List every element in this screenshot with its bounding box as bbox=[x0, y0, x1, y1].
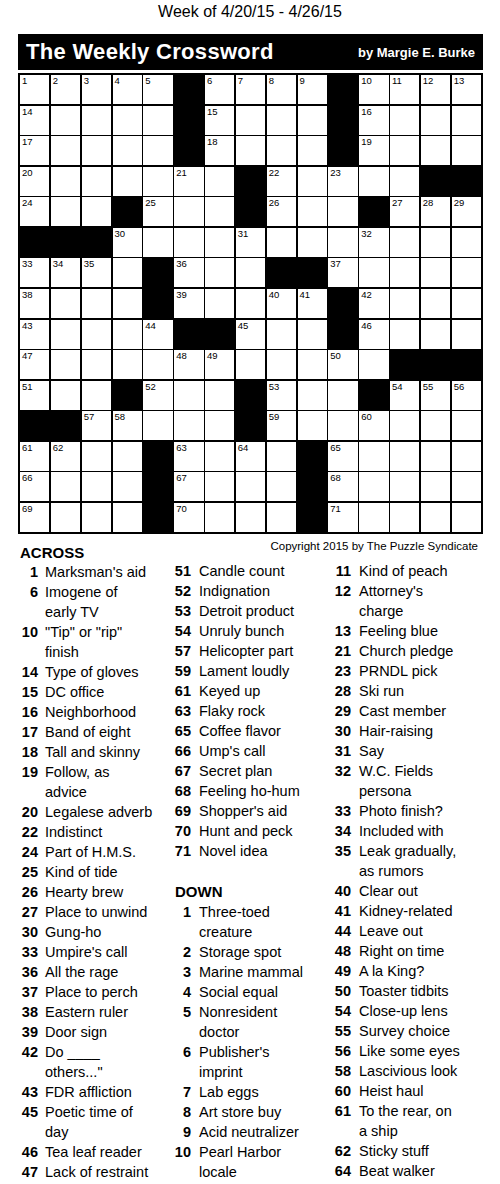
clue-down-7: 7Lab eggs bbox=[165, 1082, 327, 1102]
grid-cell[interactable]: 30 bbox=[113, 228, 142, 257]
grid-cell[interactable] bbox=[421, 442, 450, 471]
clue-across-52: 52Indignation bbox=[165, 581, 327, 601]
grid-cell[interactable] bbox=[51, 472, 80, 501]
grid-cell[interactable] bbox=[267, 350, 296, 379]
grid-cell[interactable] bbox=[390, 472, 419, 501]
clue-across-61: 61Keyed up bbox=[165, 681, 327, 701]
grid-cell[interactable] bbox=[390, 136, 419, 165]
grid-cell[interactable]: 40 bbox=[267, 289, 296, 318]
grid-cell[interactable] bbox=[205, 411, 234, 440]
grid-cell[interactable] bbox=[359, 258, 388, 287]
grid-cell[interactable] bbox=[359, 442, 388, 471]
grid-cell[interactable] bbox=[143, 350, 172, 379]
grid-cell[interactable] bbox=[82, 472, 111, 501]
clue-number: 55 bbox=[325, 1021, 351, 1041]
grid-cell[interactable] bbox=[236, 258, 265, 287]
clue-text: Ump's call bbox=[191, 741, 324, 761]
cell-number: 40 bbox=[269, 289, 280, 300]
grid-cell[interactable] bbox=[390, 106, 419, 135]
grid-cell[interactable] bbox=[267, 228, 296, 257]
grid-cell[interactable] bbox=[298, 228, 327, 257]
grid-cell[interactable]: 19 bbox=[359, 136, 388, 165]
clue-text: To the rear, on a ship bbox=[351, 1101, 499, 1141]
clue-text: Heist haul bbox=[351, 1081, 499, 1101]
grid-cell[interactable] bbox=[113, 442, 142, 471]
grid-cell[interactable] bbox=[174, 228, 203, 257]
clues-column-1: ACROSS 1Marksman's aid6Imogene of early … bbox=[12, 543, 184, 1182]
grid-cell[interactable] bbox=[113, 320, 142, 349]
cell-number: 6 bbox=[207, 75, 212, 86]
grid-cell[interactable] bbox=[82, 167, 111, 196]
grid-cell[interactable]: 55 bbox=[421, 381, 450, 410]
cell-number: 54 bbox=[392, 381, 403, 392]
clue-across-14: 14Type of gloves bbox=[12, 662, 184, 682]
grid-cell[interactable] bbox=[205, 472, 234, 501]
grid-cell[interactable]: 26 bbox=[267, 197, 296, 226]
grid-cell[interactable] bbox=[390, 411, 419, 440]
grid-cell[interactable] bbox=[267, 442, 296, 471]
grid-cell[interactable] bbox=[421, 411, 450, 440]
grid-cell[interactable] bbox=[113, 350, 142, 379]
clue-across-36: 36All the rage bbox=[12, 962, 184, 982]
grid-cell[interactable]: 39 bbox=[174, 289, 203, 318]
clue-text: PRNDL pick bbox=[351, 661, 499, 681]
clue-number: 14 bbox=[12, 662, 38, 682]
clue-text: "Tip" or "rip" finish bbox=[38, 622, 177, 662]
grid-cell[interactable]: 52 bbox=[143, 381, 172, 410]
clue-number: 30 bbox=[12, 922, 38, 942]
clue-number: 15 bbox=[12, 682, 38, 702]
grid-cell[interactable] bbox=[113, 106, 142, 135]
grid-cell[interactable] bbox=[236, 289, 265, 318]
cell-number: 14 bbox=[22, 106, 33, 117]
clue-number: 25 bbox=[12, 862, 38, 882]
grid-cell[interactable]: 31 bbox=[236, 228, 265, 257]
grid-cell[interactable] bbox=[51, 167, 80, 196]
clue-text: Pearl Harbor locale bbox=[191, 1142, 324, 1182]
clue-across-67: 67Secret plan bbox=[165, 761, 327, 781]
grid-cell[interactable] bbox=[51, 197, 80, 226]
grid-cell[interactable] bbox=[51, 106, 80, 135]
grid-cell[interactable]: 69 bbox=[20, 503, 49, 532]
clue-number: 54 bbox=[165, 621, 191, 641]
clue-text: Gung-ho bbox=[38, 922, 177, 942]
clue-text: FDR affliction bbox=[38, 1082, 177, 1102]
grid-cell[interactable] bbox=[113, 167, 142, 196]
clue-across-10: 10"Tip" or "rip" finish bbox=[12, 622, 184, 662]
clue-text: Hearty brew bbox=[38, 882, 177, 902]
grid-cell[interactable]: 18 bbox=[205, 136, 234, 165]
grid-cell[interactable]: 34 bbox=[51, 258, 80, 287]
grid-cell[interactable] bbox=[113, 258, 142, 287]
grid-cell[interactable] bbox=[82, 136, 111, 165]
grid-cell[interactable] bbox=[390, 258, 419, 287]
grid-cell[interactable]: 16 bbox=[359, 106, 388, 135]
clue-text: All the rage bbox=[38, 962, 177, 982]
grid-cell[interactable]: 9 bbox=[298, 75, 327, 104]
grid-cell[interactable] bbox=[205, 289, 234, 318]
clue-across-22: 22Indistinct bbox=[12, 822, 184, 842]
clue-number: 36 bbox=[12, 962, 38, 982]
grid-cell[interactable] bbox=[236, 350, 265, 379]
grid-cell[interactable] bbox=[421, 472, 450, 501]
grid-cell[interactable]: 8 bbox=[267, 75, 296, 104]
grid-cell-black bbox=[51, 228, 80, 257]
grid-cell[interactable]: 23 bbox=[328, 167, 357, 196]
grid-cell[interactable]: 43 bbox=[20, 320, 49, 349]
grid-cell[interactable]: 14 bbox=[20, 106, 49, 135]
grid-cell[interactable]: 45 bbox=[236, 320, 265, 349]
grid-cell[interactable]: 66 bbox=[20, 472, 49, 501]
grid-cell-black bbox=[452, 167, 481, 196]
grid-cell[interactable]: 50 bbox=[328, 350, 357, 379]
grid-cell[interactable] bbox=[82, 350, 111, 379]
grid-cell[interactable] bbox=[267, 503, 296, 532]
grid-cell[interactable]: 15 bbox=[205, 106, 234, 135]
cell-number: 18 bbox=[207, 136, 218, 147]
grid-cell[interactable] bbox=[452, 289, 481, 318]
grid-cell[interactable]: 41 bbox=[298, 289, 327, 318]
clue-text: Band of eight bbox=[38, 722, 177, 742]
grid-cell[interactable] bbox=[452, 228, 481, 257]
clue-number: 68 bbox=[165, 781, 191, 801]
grid-cell[interactable]: 58 bbox=[113, 411, 142, 440]
grid-cell[interactable]: 20 bbox=[20, 167, 49, 196]
grid-cell[interactable] bbox=[298, 197, 327, 226]
grid-cell[interactable]: 48 bbox=[174, 350, 203, 379]
clue-down-1: 1Three-toed creature bbox=[165, 902, 327, 942]
grid-cell[interactable]: 46 bbox=[359, 320, 388, 349]
grid-cell[interactable]: 64 bbox=[236, 442, 265, 471]
grid-cell[interactable]: 33 bbox=[20, 258, 49, 287]
grid-cell[interactable] bbox=[452, 442, 481, 471]
cell-number: 20 bbox=[22, 167, 33, 178]
grid-cell[interactable] bbox=[51, 350, 80, 379]
grid-cell[interactable] bbox=[421, 136, 450, 165]
grid-cell[interactable]: 53 bbox=[267, 381, 296, 410]
clue-number: 63 bbox=[165, 701, 191, 721]
grid-cell[interactable] bbox=[205, 228, 234, 257]
grid-cell[interactable] bbox=[421, 228, 450, 257]
cell-number: 44 bbox=[145, 320, 156, 331]
grid-cell[interactable]: 25 bbox=[143, 197, 172, 226]
puzzle-byline: by Margie E. Burke bbox=[358, 45, 483, 60]
grid-cell[interactable]: 35 bbox=[82, 258, 111, 287]
grid-cell[interactable] bbox=[452, 411, 481, 440]
cell-number: 38 bbox=[22, 289, 33, 300]
grid-cell-black bbox=[174, 106, 203, 135]
clue-text: Umpire's call bbox=[38, 942, 177, 962]
grid-cell[interactable]: 11 bbox=[390, 75, 419, 104]
grid-cell[interactable] bbox=[205, 503, 234, 532]
grid-cell[interactable] bbox=[82, 289, 111, 318]
clue-number: 40 bbox=[325, 881, 351, 901]
cell-number: 12 bbox=[423, 75, 434, 86]
grid-cell-black bbox=[236, 411, 265, 440]
grid-cell[interactable]: 27 bbox=[390, 197, 419, 226]
grid-cell[interactable] bbox=[298, 167, 327, 196]
grid-cell[interactable] bbox=[298, 136, 327, 165]
grid-cell[interactable] bbox=[174, 197, 203, 226]
clue-down-32: 32W.C. Fields persona bbox=[325, 761, 500, 801]
grid-cell[interactable] bbox=[143, 106, 172, 135]
grid-cell[interactable] bbox=[359, 503, 388, 532]
clue-down-60: 60Heist haul bbox=[325, 1081, 500, 1101]
grid-cell[interactable]: 54 bbox=[390, 381, 419, 410]
grid-cell[interactable]: 21 bbox=[174, 167, 203, 196]
grid-cell[interactable] bbox=[390, 167, 419, 196]
grid-cell[interactable]: 6 bbox=[205, 75, 234, 104]
cell-number: 37 bbox=[330, 258, 341, 269]
grid-cell[interactable]: 37 bbox=[328, 258, 357, 287]
cell-number: 4 bbox=[115, 75, 120, 86]
grid-cell[interactable] bbox=[421, 289, 450, 318]
grid-cell[interactable] bbox=[359, 350, 388, 379]
grid-cell[interactable] bbox=[205, 442, 234, 471]
puzzle-title: The Weekly Crossword bbox=[18, 39, 274, 65]
clue-text: Ski run bbox=[351, 681, 499, 701]
grid-cell[interactable] bbox=[113, 472, 142, 501]
grid-cell[interactable]: 61 bbox=[20, 442, 49, 471]
cell-number: 68 bbox=[330, 472, 341, 483]
grid-cell[interactable] bbox=[51, 503, 80, 532]
grid-cell[interactable]: 57 bbox=[82, 411, 111, 440]
grid-cell[interactable]: 5 bbox=[143, 75, 172, 104]
clue-across-38: 38Eastern ruler bbox=[12, 1002, 184, 1022]
cell-number: 10 bbox=[361, 75, 372, 86]
cell-number: 21 bbox=[176, 167, 187, 178]
grid-cell[interactable] bbox=[236, 136, 265, 165]
grid-cell-black bbox=[51, 411, 80, 440]
grid-cell[interactable] bbox=[143, 411, 172, 440]
grid-cell[interactable] bbox=[421, 106, 450, 135]
grid-cell-black bbox=[113, 197, 142, 226]
grid-cell[interactable] bbox=[82, 442, 111, 471]
cell-number: 39 bbox=[176, 289, 187, 300]
grid-cell[interactable]: 70 bbox=[174, 503, 203, 532]
grid-cell[interactable]: 4 bbox=[113, 75, 142, 104]
grid-cell[interactable] bbox=[82, 197, 111, 226]
grid-cell[interactable]: 2 bbox=[51, 75, 80, 104]
grid-cell[interactable]: 49 bbox=[205, 350, 234, 379]
grid-cell[interactable]: 3 bbox=[82, 75, 111, 104]
grid-cell[interactable]: 63 bbox=[174, 442, 203, 471]
grid-cell[interactable] bbox=[328, 228, 357, 257]
grid-cell[interactable] bbox=[421, 258, 450, 287]
clue-text: Church pledge bbox=[351, 641, 499, 661]
grid-cell[interactable] bbox=[421, 503, 450, 532]
grid-cell[interactable] bbox=[390, 442, 419, 471]
cell-number: 36 bbox=[176, 258, 187, 269]
cell-number: 24 bbox=[22, 197, 33, 208]
grid-cell[interactable] bbox=[452, 258, 481, 287]
grid-cell[interactable] bbox=[390, 320, 419, 349]
grid-cell[interactable]: 22 bbox=[267, 167, 296, 196]
clue-number: 42 bbox=[12, 1042, 38, 1062]
grid-cell[interactable] bbox=[298, 106, 327, 135]
grid-cell[interactable] bbox=[51, 136, 80, 165]
clue-across-6: 6Imogene of early TV bbox=[12, 582, 184, 622]
grid-cell[interactable] bbox=[452, 106, 481, 135]
grid-cell[interactable] bbox=[113, 289, 142, 318]
grid-cell[interactable] bbox=[452, 320, 481, 349]
clue-across-45: 45Poetic time of day bbox=[12, 1102, 184, 1142]
clue-text: Poetic time of day bbox=[38, 1102, 177, 1142]
cell-number: 66 bbox=[22, 472, 33, 483]
clue-across-17: 17Band of eight bbox=[12, 722, 184, 742]
grid-cell[interactable]: 29 bbox=[452, 197, 481, 226]
grid-cell[interactable] bbox=[298, 350, 327, 379]
clue-text: Secret plan bbox=[191, 761, 324, 781]
grid-cell[interactable] bbox=[328, 197, 357, 226]
grid-cell[interactable] bbox=[267, 136, 296, 165]
grid-cell[interactable]: 68 bbox=[328, 472, 357, 501]
grid-cell[interactable] bbox=[174, 381, 203, 410]
cell-number: 8 bbox=[269, 75, 274, 86]
clue-text: Photo finish? bbox=[351, 801, 499, 821]
grid-cell[interactable] bbox=[298, 381, 327, 410]
cell-number: 29 bbox=[454, 197, 465, 208]
grid-cell[interactable] bbox=[143, 228, 172, 257]
grid-cell[interactable] bbox=[82, 381, 111, 410]
grid-cell[interactable] bbox=[82, 320, 111, 349]
grid-cell[interactable]: 32 bbox=[359, 228, 388, 257]
cell-number: 1 bbox=[22, 75, 27, 86]
clue-down-28: 28Ski run bbox=[325, 681, 500, 701]
grid-cell[interactable] bbox=[452, 503, 481, 532]
grid-cell[interactable] bbox=[267, 320, 296, 349]
clue-number: 6 bbox=[12, 582, 38, 602]
clue-down-62: 62Sticky stuff bbox=[325, 1141, 500, 1161]
grid-cell[interactable]: 7 bbox=[236, 75, 265, 104]
grid-cell[interactable]: 65 bbox=[328, 442, 357, 471]
clue-across-24: 24Part of H.M.S. bbox=[12, 842, 184, 862]
cell-number: 48 bbox=[176, 350, 187, 361]
grid-cell[interactable]: 62 bbox=[51, 442, 80, 471]
grid-cell[interactable] bbox=[113, 503, 142, 532]
grid-cell-black bbox=[174, 136, 203, 165]
grid-cell[interactable]: 71 bbox=[328, 503, 357, 532]
clue-across-69: 69Shopper's aid bbox=[165, 801, 327, 821]
grid-cell[interactable] bbox=[205, 197, 234, 226]
clue-number: 65 bbox=[165, 721, 191, 741]
grid-cell[interactable]: 28 bbox=[421, 197, 450, 226]
grid-cell[interactable]: 44 bbox=[143, 320, 172, 349]
clue-text: Right on time bbox=[351, 941, 499, 961]
grid-cell[interactable] bbox=[390, 503, 419, 532]
grid-cell[interactable] bbox=[143, 136, 172, 165]
cell-number: 31 bbox=[238, 228, 249, 239]
grid-cell[interactable] bbox=[236, 106, 265, 135]
grid-cell-black bbox=[421, 350, 450, 379]
grid-cell[interactable] bbox=[452, 472, 481, 501]
grid-cell[interactable] bbox=[421, 320, 450, 349]
grid-cell[interactable] bbox=[113, 136, 142, 165]
grid-cell-black bbox=[174, 75, 203, 104]
grid-cell[interactable]: 36 bbox=[174, 258, 203, 287]
grid-cell[interactable]: 47 bbox=[20, 350, 49, 379]
grid-cell[interactable]: 38 bbox=[20, 289, 49, 318]
cell-number: 7 bbox=[238, 75, 243, 86]
cell-number: 19 bbox=[361, 136, 372, 147]
grid-cell-black bbox=[236, 197, 265, 226]
grid-cell[interactable] bbox=[328, 411, 357, 440]
grid-cell[interactable]: 67 bbox=[174, 472, 203, 501]
grid-cell[interactable] bbox=[174, 411, 203, 440]
grid-cell[interactable] bbox=[51, 381, 80, 410]
clue-number: 19 bbox=[12, 762, 38, 782]
clue-down-44: 44Leave out bbox=[325, 921, 500, 941]
grid-cell-black bbox=[143, 442, 172, 471]
clue-number: 23 bbox=[325, 661, 351, 681]
clue-text: Storage spot bbox=[191, 942, 324, 962]
clue-down-50: 50Toaster tidbits bbox=[325, 981, 500, 1001]
grid-cell[interactable] bbox=[390, 228, 419, 257]
grid-cell[interactable] bbox=[328, 381, 357, 410]
grid-cell[interactable] bbox=[298, 411, 327, 440]
grid-cell[interactable] bbox=[452, 136, 481, 165]
across-heading: ACROSS bbox=[20, 543, 184, 562]
grid-cell[interactable] bbox=[82, 106, 111, 135]
cell-number: 45 bbox=[238, 320, 249, 331]
clue-down-21: 21Church pledge bbox=[325, 641, 500, 661]
grid-cell[interactable] bbox=[51, 289, 80, 318]
clue-text: Lament loudly bbox=[191, 661, 324, 681]
grid-cell[interactable]: 42 bbox=[359, 289, 388, 318]
clue-down-35: 35Leak gradually, as rumors bbox=[325, 841, 500, 881]
grid-cell[interactable]: 13 bbox=[452, 75, 481, 104]
clue-number: 45 bbox=[12, 1102, 38, 1122]
grid-cell[interactable]: 12 bbox=[421, 75, 450, 104]
grid-cell[interactable]: 59 bbox=[267, 411, 296, 440]
clue-text: Place to unwind bbox=[38, 902, 177, 922]
grid-cell[interactable]: 51 bbox=[20, 381, 49, 410]
grid-cell[interactable] bbox=[236, 472, 265, 501]
grid-cell[interactable] bbox=[205, 258, 234, 287]
grid-cell[interactable] bbox=[267, 106, 296, 135]
grid-cell[interactable] bbox=[267, 472, 296, 501]
clue-text: Kidney-related bbox=[351, 901, 499, 921]
cell-number: 71 bbox=[330, 503, 341, 514]
grid-cell[interactable]: 60 bbox=[359, 411, 388, 440]
grid-cell[interactable] bbox=[359, 167, 388, 196]
clue-text: Lascivious look bbox=[351, 1061, 499, 1081]
grid-cell-black bbox=[298, 472, 327, 501]
grid-cell[interactable] bbox=[205, 167, 234, 196]
grid-cell[interactable]: 24 bbox=[20, 197, 49, 226]
clue-text: Indignation bbox=[191, 581, 324, 601]
grid-cell[interactable]: 1 bbox=[20, 75, 49, 104]
grid-cell[interactable] bbox=[205, 381, 234, 410]
clue-number: 47 bbox=[12, 1162, 38, 1182]
grid-cell[interactable] bbox=[390, 289, 419, 318]
grid-cell-black bbox=[452, 350, 481, 379]
grid-cell[interactable] bbox=[359, 472, 388, 501]
grid-cell[interactable] bbox=[298, 320, 327, 349]
clue-text: Helicopter part bbox=[191, 641, 324, 661]
grid-cell[interactable]: 56 bbox=[452, 381, 481, 410]
clue-number: 24 bbox=[12, 842, 38, 862]
grid-cell[interactable]: 10 bbox=[359, 75, 388, 104]
grid-cell-black bbox=[20, 411, 49, 440]
grid-cell[interactable] bbox=[236, 503, 265, 532]
clue-number: 50 bbox=[325, 981, 351, 1001]
grid-cell[interactable]: 17 bbox=[20, 136, 49, 165]
grid-cell[interactable] bbox=[51, 320, 80, 349]
clue-down-13: 13Feeling blue bbox=[325, 621, 500, 641]
grid-cell[interactable] bbox=[82, 503, 111, 532]
grid-cell[interactable] bbox=[143, 167, 172, 196]
